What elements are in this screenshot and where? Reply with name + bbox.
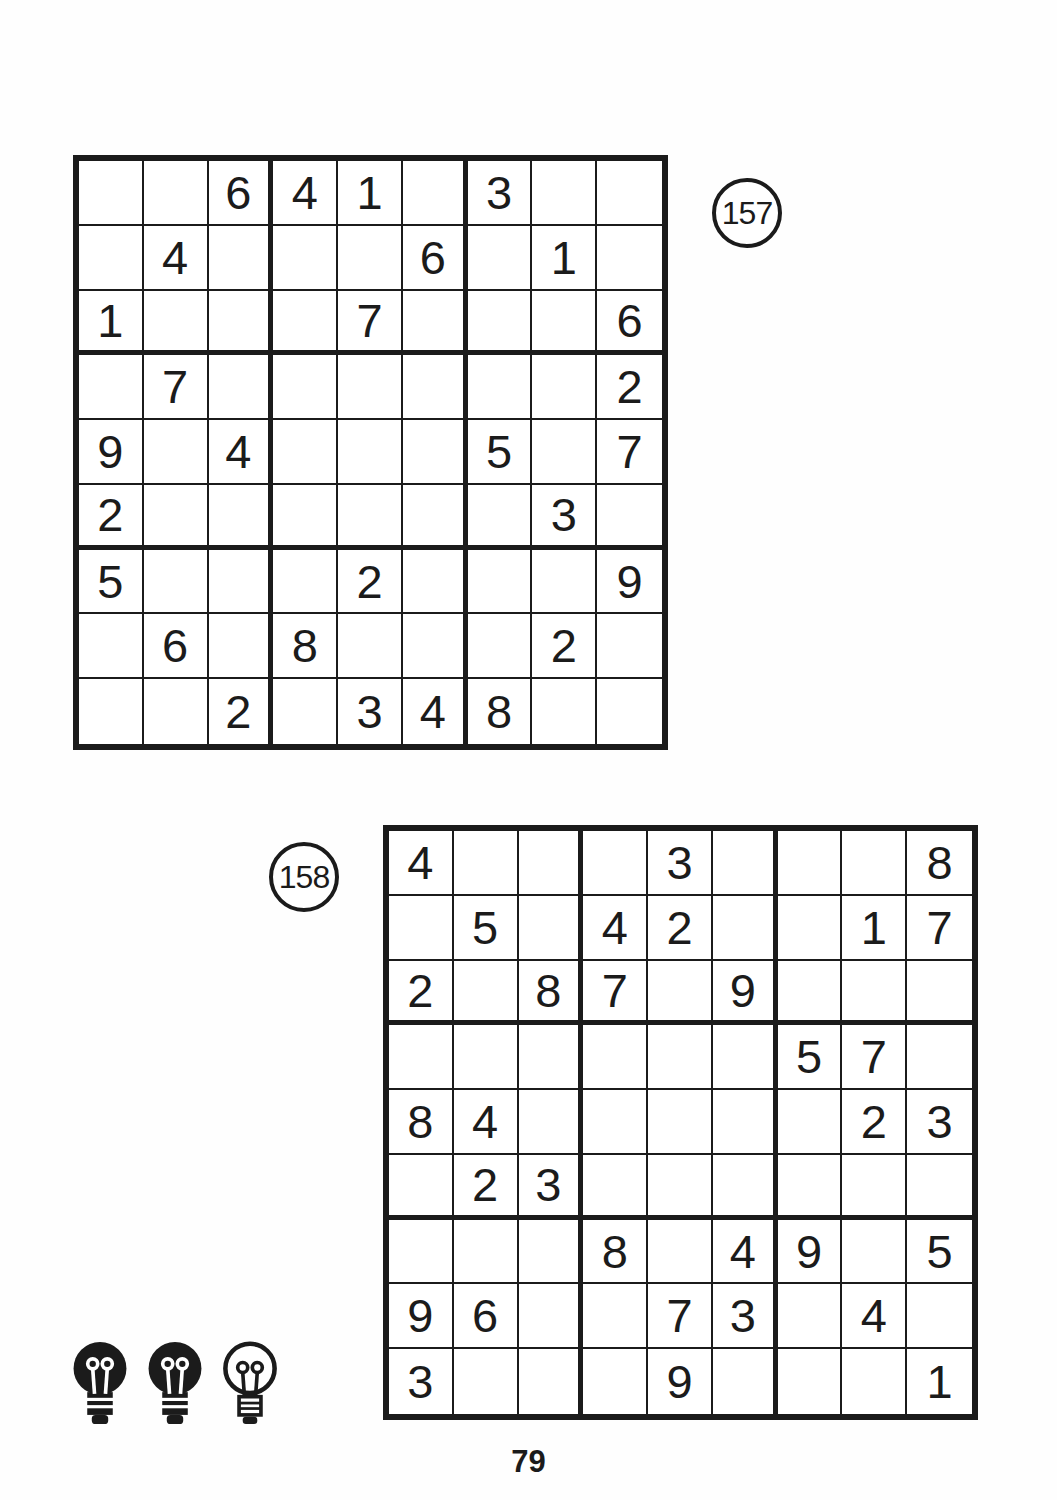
difficulty-rating [69,1337,281,1429]
cell-r7c8[interactable] [842,1220,907,1285]
cell-r5c9[interactable]: 3 [907,1090,972,1155]
cell-r3c4[interactable]: 7 [583,961,648,1026]
cell-r9c6[interactable] [713,1349,778,1414]
cell-r8c9[interactable] [597,614,662,679]
cell-r9c7[interactable] [778,1349,843,1414]
cell-r8c3[interactable] [519,1284,584,1349]
cell-r1c8[interactable] [842,831,907,896]
cell-r4c7[interactable] [468,355,533,420]
cell-r6c2[interactable] [144,485,209,550]
cell-r4c4[interactable] [583,1025,648,1090]
cell-r5c4[interactable] [273,420,338,485]
cell-r4c9[interactable] [907,1025,972,1090]
cell-r2c7[interactable] [778,896,843,961]
cell-r1c5[interactable]: 3 [648,831,713,896]
cell-r7c6[interactable] [403,550,468,615]
cell-r6c3[interactable] [209,485,274,550]
cell-r6c9[interactable] [597,485,662,550]
cell-r1c9[interactable]: 8 [907,831,972,896]
cell-r6c9[interactable] [907,1155,972,1220]
cell-r7c7[interactable]: 9 [778,1220,843,1285]
cell-r6c5[interactable] [338,485,403,550]
cell-r2c3[interactable] [519,896,584,961]
cell-r9c8[interactable] [532,679,597,744]
cell-r1c5[interactable]: 1 [338,161,403,226]
cell-r1c1[interactable] [79,161,144,226]
cell-r4c1[interactable] [389,1025,454,1090]
puzzle-number-badge-158: 158 [269,842,339,912]
cell-r8c1[interactable]: 9 [389,1284,454,1349]
cell-r3c6[interactable]: 9 [713,961,778,1026]
cell-r3c3[interactable] [209,291,274,356]
cell-r6c3[interactable]: 3 [519,1155,584,1220]
cell-r4c8[interactable]: 7 [842,1025,907,1090]
cell-r4c2[interactable]: 7 [144,355,209,420]
cell-r1c6[interactable] [713,831,778,896]
cell-r3c2[interactable] [454,961,519,1026]
cell-r5c3[interactable] [519,1090,584,1155]
cell-r2c4[interactable]: 4 [583,896,648,961]
cell-r5c9[interactable]: 7 [597,420,662,485]
cell-r4c8[interactable] [532,355,597,420]
cell-r7c6[interactable]: 4 [713,1220,778,1285]
cell-r3c1[interactable]: 2 [389,961,454,1026]
cell-r7c4[interactable]: 8 [583,1220,648,1285]
cell-r7c3[interactable] [519,1220,584,1285]
cell-r4c6[interactable] [403,355,468,420]
cell-r2c9[interactable] [597,226,662,291]
cell-r3c7[interactable] [468,291,533,356]
cell-r4c6[interactable] [713,1025,778,1090]
cell-r8c1[interactable] [79,614,144,679]
cell-r9c9[interactable] [597,679,662,744]
cell-r7c9[interactable]: 5 [907,1220,972,1285]
cell-r2c6[interactable]: 6 [403,226,468,291]
cell-r1c3[interactable] [519,831,584,896]
cell-r2c5[interactable] [338,226,403,291]
cell-r5c7[interactable]: 5 [468,420,533,485]
puzzle-number-badge-157: 157 [712,178,782,248]
cell-r8c5[interactable]: 7 [648,1284,713,1349]
cell-r2c4[interactable] [273,226,338,291]
cell-r8c8[interactable]: 2 [532,614,597,679]
cell-r1c4[interactable] [583,831,648,896]
cell-r9c2[interactable] [144,679,209,744]
cell-r2c1[interactable] [389,896,454,961]
cell-r3c8[interactable] [842,961,907,1026]
cell-r1c2[interactable] [454,831,519,896]
cell-r4c9[interactable]: 2 [597,355,662,420]
cell-r9c1[interactable]: 3 [389,1349,454,1414]
cell-r1c2[interactable] [144,161,209,226]
cell-r2c2[interactable]: 5 [454,896,519,961]
cell-r8c3[interactable] [209,614,274,679]
cell-r4c1[interactable] [79,355,144,420]
cell-r3c7[interactable] [778,961,843,1026]
cell-r2c3[interactable] [209,226,274,291]
cell-r6c8[interactable] [842,1155,907,1220]
cell-r6c7[interactable] [468,485,533,550]
cell-r4c5[interactable] [648,1025,713,1090]
cell-r1c9[interactable] [597,161,662,226]
cell-r1c1[interactable]: 4 [389,831,454,896]
difficulty-bulb-outline-icon [219,1337,281,1429]
cell-r8c2[interactable]: 6 [144,614,209,679]
cell-r5c5[interactable] [338,420,403,485]
cell-r9c6[interactable]: 4 [403,679,468,744]
cell-r2c2[interactable]: 4 [144,226,209,291]
cell-r3c4[interactable] [273,291,338,356]
cell-r2c6[interactable] [713,896,778,961]
cell-r9c8[interactable] [842,1349,907,1414]
sudoku-board-158: 43854217287957842323849596734391 [383,825,978,1420]
cell-r1c8[interactable] [532,161,597,226]
cell-r4c7[interactable]: 5 [778,1025,843,1090]
cell-r1c3[interactable]: 6 [209,161,274,226]
cell-r3c8[interactable] [532,291,597,356]
puzzle-number-label: 157 [722,195,772,232]
cell-r3c9[interactable] [907,961,972,1026]
cell-r3c5[interactable] [648,961,713,1026]
cell-r5c8[interactable]: 2 [842,1090,907,1155]
cell-r2c1[interactable] [79,226,144,291]
cell-r1c6[interactable] [403,161,468,226]
cell-r6c1[interactable] [389,1155,454,1220]
cell-r4c3[interactable] [209,355,274,420]
cell-r5c8[interactable] [532,420,597,485]
cell-r3c6[interactable] [403,291,468,356]
cell-r9c4[interactable] [273,679,338,744]
cell-r2c9[interactable]: 7 [907,896,972,961]
cell-r5c3[interactable]: 4 [209,420,274,485]
cell-r9c3[interactable] [519,1349,584,1414]
cell-r8c4[interactable]: 8 [273,614,338,679]
cell-r5c5[interactable] [648,1090,713,1155]
cell-r6c4[interactable] [273,485,338,550]
cell-r8c4[interactable] [583,1284,648,1349]
cell-r7c1[interactable]: 5 [79,550,144,615]
cell-r6c8[interactable]: 3 [532,485,597,550]
cell-r9c7[interactable]: 8 [468,679,533,744]
cell-r4c4[interactable] [273,355,338,420]
cell-r7c2[interactable] [454,1220,519,1285]
cell-r3c5[interactable]: 7 [338,291,403,356]
cell-r9c5[interactable]: 9 [648,1349,713,1414]
cell-r7c8[interactable] [532,550,597,615]
page-number: 79 [0,1444,1057,1480]
cell-r2c8[interactable]: 1 [842,896,907,961]
cell-r7c1[interactable] [389,1220,454,1285]
cell-r9c2[interactable] [454,1349,519,1414]
cell-r5c6[interactable] [403,420,468,485]
cell-r9c3[interactable]: 2 [209,679,274,744]
difficulty-bulb-filled-icon [69,1337,131,1429]
cell-r2c7[interactable] [468,226,533,291]
puzzle-number-label: 158 [279,859,329,896]
cell-r5c1[interactable]: 9 [79,420,144,485]
cell-r4c3[interactable] [519,1025,584,1090]
cell-r7c5[interactable] [648,1220,713,1285]
sudoku-board-157: 6413461176729457235296822348 [73,155,668,750]
cell-r5c2[interactable]: 4 [454,1090,519,1155]
cell-r5c7[interactable] [778,1090,843,1155]
cell-r4c2[interactable] [454,1025,519,1090]
cell-r6c4[interactable] [583,1155,648,1220]
cell-r8c2[interactable]: 6 [454,1284,519,1349]
cell-r3c9[interactable]: 6 [597,291,662,356]
cell-r5c1[interactable]: 8 [389,1090,454,1155]
cell-r8c9[interactable] [907,1284,972,1349]
cell-r2c8[interactable]: 1 [532,226,597,291]
cell-r6c2[interactable]: 2 [454,1155,519,1220]
cell-r8c5[interactable] [338,614,403,679]
cell-r3c2[interactable] [144,291,209,356]
cell-r8c6[interactable] [403,614,468,679]
cell-r5c6[interactable] [713,1090,778,1155]
puzzle-book-page: 6413461176729457235296822348 157 4385421… [0,0,1057,1500]
cell-r3c3[interactable]: 8 [519,961,584,1026]
cell-r1c4[interactable]: 4 [273,161,338,226]
cell-r6c1[interactable]: 2 [79,485,144,550]
difficulty-bulb-filled-icon [144,1337,206,1429]
cell-r5c4[interactable] [583,1090,648,1155]
cell-r9c1[interactable] [79,679,144,744]
cell-r7c7[interactable] [468,550,533,615]
cell-r7c2[interactable] [144,550,209,615]
cell-r8c8[interactable]: 4 [842,1284,907,1349]
cell-r7c4[interactable] [273,550,338,615]
cell-r7c5[interactable]: 2 [338,550,403,615]
cell-r2c5[interactable]: 2 [648,896,713,961]
cell-r6c5[interactable] [648,1155,713,1220]
cell-r3c1[interactable]: 1 [79,291,144,356]
cell-r9c5[interactable]: 3 [338,679,403,744]
cell-r7c3[interactable] [209,550,274,615]
cell-r5c2[interactable] [144,420,209,485]
cell-r9c4[interactable] [583,1349,648,1414]
cell-r9c9[interactable]: 1 [907,1349,972,1414]
cell-r6c6[interactable] [403,485,468,550]
cell-r7c9[interactable]: 9 [597,550,662,615]
cell-r1c7[interactable]: 3 [468,161,533,226]
cell-r4c5[interactable] [338,355,403,420]
cell-r1c7[interactable] [778,831,843,896]
cell-r8c7[interactable] [468,614,533,679]
cell-r8c6[interactable]: 3 [713,1284,778,1349]
cell-r6c6[interactable] [713,1155,778,1220]
cell-r6c7[interactable] [778,1155,843,1220]
cell-r8c7[interactable] [778,1284,843,1349]
